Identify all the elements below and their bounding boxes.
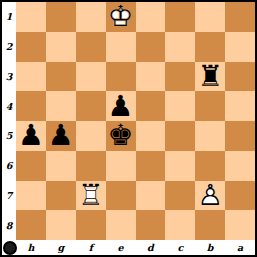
square-f7[interactable]: ♜♖ bbox=[76, 181, 106, 211]
square-b6[interactable] bbox=[195, 151, 225, 181]
square-d8[interactable] bbox=[136, 210, 166, 240]
square-h1[interactable] bbox=[16, 2, 46, 32]
rank-label-1: 1 bbox=[2, 2, 16, 32]
square-c7[interactable] bbox=[165, 181, 195, 211]
square-b3[interactable]: ♜ bbox=[195, 62, 225, 92]
square-e3[interactable] bbox=[106, 62, 136, 92]
file-label-f: f bbox=[76, 240, 106, 255]
square-c8[interactable] bbox=[165, 210, 195, 240]
square-g5[interactable]: ♟ bbox=[46, 121, 76, 151]
black-pawn-glyph: ♟ bbox=[108, 91, 134, 121]
black-king: ♚ bbox=[108, 121, 134, 150]
square-a3[interactable] bbox=[225, 62, 255, 92]
file-label-c: c bbox=[165, 240, 195, 255]
black-king-glyph: ♚ bbox=[108, 121, 134, 151]
square-g4[interactable] bbox=[46, 91, 76, 121]
square-c1[interactable] bbox=[165, 2, 195, 32]
white-king-glyph: ♔ bbox=[108, 2, 134, 32]
file-label-e: e bbox=[106, 240, 136, 255]
rank-label-8: 8 bbox=[2, 210, 16, 240]
square-e5[interactable]: ♚ bbox=[106, 121, 136, 151]
square-e4[interactable]: ♟ bbox=[106, 91, 136, 121]
square-a5[interactable] bbox=[225, 121, 255, 151]
white-rook: ♜♖ bbox=[78, 181, 104, 210]
square-b2[interactable] bbox=[195, 32, 225, 62]
square-h3[interactable] bbox=[16, 62, 46, 92]
square-f8[interactable] bbox=[76, 210, 106, 240]
square-f6[interactable] bbox=[76, 151, 106, 181]
square-d6[interactable] bbox=[136, 151, 166, 181]
square-g7[interactable] bbox=[46, 181, 76, 211]
file-labels-gutter: hgfedcba bbox=[16, 240, 255, 255]
square-e8[interactable] bbox=[106, 210, 136, 240]
square-a4[interactable] bbox=[225, 91, 255, 121]
rank-label-6: 6 bbox=[2, 151, 16, 181]
rank-label-7: 7 bbox=[2, 181, 16, 211]
square-b1[interactable] bbox=[195, 2, 225, 32]
file-label-h: h bbox=[16, 240, 46, 255]
square-e1[interactable]: ♚♔ bbox=[106, 2, 136, 32]
square-c5[interactable] bbox=[165, 121, 195, 151]
black-pawn-glyph: ♟ bbox=[18, 121, 44, 151]
square-e2[interactable] bbox=[106, 32, 136, 62]
square-h2[interactable] bbox=[16, 32, 46, 62]
square-f3[interactable] bbox=[76, 62, 106, 92]
square-c6[interactable] bbox=[165, 151, 195, 181]
black-pawn: ♟ bbox=[108, 92, 134, 121]
square-e7[interactable] bbox=[106, 181, 136, 211]
file-label-a: a bbox=[225, 240, 255, 255]
square-a7[interactable] bbox=[225, 181, 255, 211]
square-a6[interactable] bbox=[225, 151, 255, 181]
rank-label-2: 2 bbox=[2, 32, 16, 62]
square-e6[interactable] bbox=[106, 151, 136, 181]
file-label-d: d bbox=[136, 240, 166, 255]
square-g6[interactable] bbox=[46, 151, 76, 181]
chess-board: ♚♔♜♟♟♟♚♜♖♟♙ bbox=[16, 2, 255, 240]
square-d2[interactable] bbox=[136, 32, 166, 62]
square-d7[interactable] bbox=[136, 181, 166, 211]
square-g3[interactable] bbox=[46, 62, 76, 92]
square-d5[interactable] bbox=[136, 121, 166, 151]
square-a2[interactable] bbox=[225, 32, 255, 62]
square-c3[interactable] bbox=[165, 62, 195, 92]
square-g1[interactable] bbox=[46, 2, 76, 32]
rank-label-4: 4 bbox=[2, 91, 16, 121]
board-background: 12345678 ♚♔♜♟♟♟♚♜♖♟♙ hgfedcba bbox=[2, 2, 255, 255]
chess-diagram: 12345678 ♚♔♜♟♟♟♚♜♖♟♙ hgfedcba bbox=[0, 0, 257, 257]
square-f5[interactable] bbox=[76, 121, 106, 151]
rank-label-5: 5 bbox=[2, 121, 16, 151]
square-h7[interactable] bbox=[16, 181, 46, 211]
square-c4[interactable] bbox=[165, 91, 195, 121]
black-to-move-indicator bbox=[3, 241, 17, 255]
square-g2[interactable] bbox=[46, 32, 76, 62]
square-f4[interactable] bbox=[76, 91, 106, 121]
square-a1[interactable] bbox=[225, 2, 255, 32]
square-f2[interactable] bbox=[76, 32, 106, 62]
square-b5[interactable] bbox=[195, 121, 225, 151]
square-h4[interactable] bbox=[16, 91, 46, 121]
square-d4[interactable] bbox=[136, 91, 166, 121]
white-pawn-glyph: ♙ bbox=[197, 181, 223, 211]
black-pawn: ♟ bbox=[48, 121, 74, 150]
white-rook-glyph: ♖ bbox=[78, 181, 104, 211]
square-c2[interactable] bbox=[165, 32, 195, 62]
file-label-g: g bbox=[46, 240, 76, 255]
square-d1[interactable] bbox=[136, 2, 166, 32]
white-king: ♚♔ bbox=[108, 2, 134, 31]
white-pawn: ♟♙ bbox=[197, 181, 223, 210]
square-h5[interactable]: ♟ bbox=[16, 121, 46, 151]
black-rook-glyph: ♜ bbox=[197, 62, 223, 92]
square-h8[interactable] bbox=[16, 210, 46, 240]
square-b7[interactable]: ♟♙ bbox=[195, 181, 225, 211]
square-b4[interactable] bbox=[195, 91, 225, 121]
rank-label-3: 3 bbox=[2, 62, 16, 92]
square-a8[interactable] bbox=[225, 210, 255, 240]
black-pawn: ♟ bbox=[18, 121, 44, 150]
square-h6[interactable] bbox=[16, 151, 46, 181]
square-d3[interactable] bbox=[136, 62, 166, 92]
square-b8[interactable] bbox=[195, 210, 225, 240]
square-f1[interactable] bbox=[76, 2, 106, 32]
square-g8[interactable] bbox=[46, 210, 76, 240]
file-label-b: b bbox=[195, 240, 225, 255]
black-rook: ♜ bbox=[197, 62, 223, 91]
rank-labels-gutter: 12345678 bbox=[2, 2, 16, 240]
black-pawn-glyph: ♟ bbox=[48, 121, 74, 151]
